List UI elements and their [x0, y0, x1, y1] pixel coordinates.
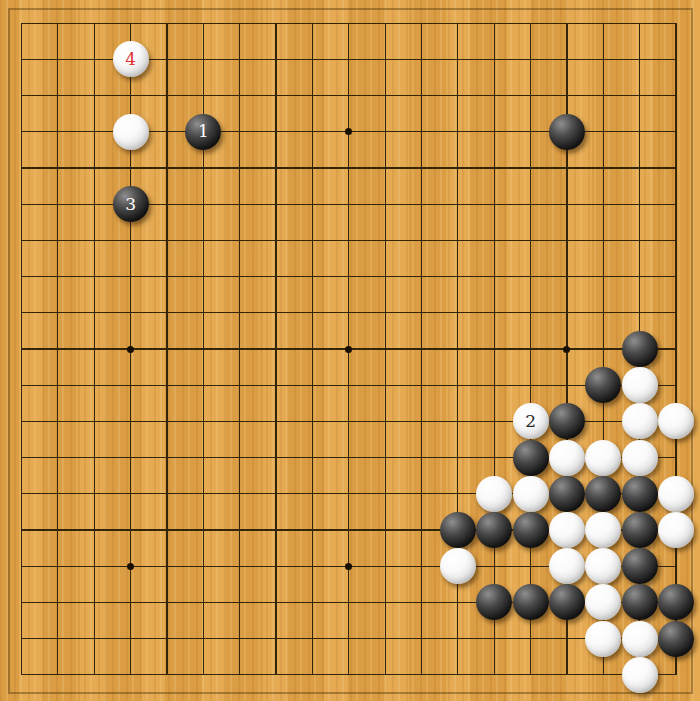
stone-white — [549, 512, 585, 548]
stone-black — [622, 584, 658, 620]
grid-line-horizontal — [21, 674, 677, 675]
stone-black — [513, 584, 549, 620]
stone-black — [549, 403, 585, 439]
stone-white — [622, 440, 658, 476]
grid-line-vertical — [421, 23, 422, 676]
grid-line-vertical — [494, 23, 495, 676]
stone-white — [440, 548, 476, 584]
stone-white — [476, 476, 512, 512]
grid-line-vertical — [530, 23, 531, 676]
stone-white — [622, 657, 658, 693]
stone-white — [585, 512, 621, 548]
stone-white: 2 — [513, 403, 549, 439]
stone-black — [440, 512, 476, 548]
stone-white — [622, 403, 658, 439]
stone-white — [549, 440, 585, 476]
stone-black — [622, 331, 658, 367]
grid-line-horizontal — [21, 385, 677, 386]
stone-white — [549, 548, 585, 584]
stone-white: 4 — [113, 41, 149, 77]
stone-black — [549, 114, 585, 150]
stone-white — [585, 584, 621, 620]
stone-white — [585, 440, 621, 476]
stone-black — [622, 548, 658, 584]
move-number-label: 3 — [113, 186, 149, 222]
stone-black — [549, 584, 585, 620]
stone-white — [585, 548, 621, 584]
stone-black — [476, 512, 512, 548]
stone-black — [513, 440, 549, 476]
stone-black — [585, 367, 621, 403]
stone-white — [513, 476, 549, 512]
stone-black — [476, 584, 512, 620]
grid-line-vertical — [675, 23, 676, 676]
stone-white — [658, 403, 694, 439]
star-point — [127, 563, 134, 570]
stone-black: 1 — [185, 114, 221, 150]
stone-black — [513, 512, 549, 548]
star-point — [345, 128, 352, 135]
star-point — [345, 346, 352, 353]
star-point — [563, 346, 570, 353]
star-point — [345, 563, 352, 570]
stone-black — [622, 476, 658, 512]
grid-line-vertical — [385, 23, 386, 676]
stone-black — [622, 512, 658, 548]
stone-black — [658, 621, 694, 657]
stone-white — [113, 114, 149, 150]
move-number-label: 4 — [113, 41, 149, 77]
stone-black: 3 — [113, 186, 149, 222]
move-number-label: 2 — [513, 403, 549, 439]
stone-black — [585, 476, 621, 512]
stone-black — [658, 584, 694, 620]
star-point — [127, 346, 134, 353]
move-number-label: 1 — [185, 114, 221, 150]
stone-white — [658, 512, 694, 548]
stone-white — [658, 476, 694, 512]
stone-white — [622, 367, 658, 403]
go-board[interactable]: 4132 — [0, 0, 700, 701]
grid-line-horizontal — [21, 638, 677, 639]
stone-black — [549, 476, 585, 512]
stone-white — [585, 621, 621, 657]
stone-white — [622, 621, 658, 657]
